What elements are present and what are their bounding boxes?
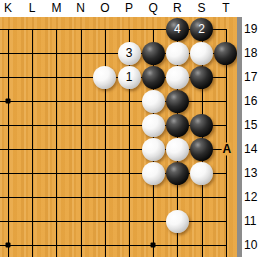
stone-white-r17[interactable] [166,66,189,89]
go-board[interactable]: 4231A [0,17,237,257]
stone-black-s19[interactable]: 2 [190,18,213,41]
column-label-p: P [125,1,133,15]
stone-white-p17[interactable]: 1 [118,66,141,89]
stone-black-r16[interactable] [166,90,189,113]
star-point-k16 [6,99,11,104]
stone-white-s18[interactable] [190,42,213,65]
column-label-m: M [51,1,61,15]
point-mark-a-t14: A [221,143,232,156]
stone-white-q15[interactable] [142,114,165,137]
column-label-n: N [76,1,85,15]
row-label-17: 17 [244,70,257,84]
stone-black-r13[interactable] [166,162,189,185]
stone-black-s15[interactable] [190,114,213,137]
row-label-10: 10 [244,238,257,252]
star-point-k10 [6,243,11,248]
stone-white-s13[interactable] [190,162,213,185]
stone-black-r15[interactable] [166,114,189,137]
row-label-16: 16 [244,94,257,108]
stone-white-q16[interactable] [142,90,165,113]
stone-black-t18[interactable] [214,42,237,65]
column-label-t: T [222,1,229,15]
go-board-app: KLMNOPQRST 4231A 19181716151413121110 [0,0,260,257]
column-label-q: Q [149,1,158,15]
column-label-s: S [198,1,206,15]
stone-black-s17[interactable] [190,66,213,89]
star-point-q10 [151,243,156,248]
stone-black-q18[interactable] [142,42,165,65]
column-coordinates-strip: KLMNOPQRST [0,0,260,17]
column-label-r: R [173,1,182,15]
stone-white-o17[interactable] [93,66,116,89]
column-label-o: O [100,1,109,15]
stone-black-r19[interactable]: 4 [166,18,189,41]
stone-black-s14[interactable] [190,138,213,161]
column-label-l: L [29,1,36,15]
row-label-18: 18 [244,46,257,60]
stone-white-r14[interactable] [166,138,189,161]
row-label-12: 12 [244,190,257,204]
row-label-11: 11 [244,214,256,228]
stone-black-q17[interactable] [142,66,165,89]
stone-white-r11[interactable] [166,210,189,233]
stone-white-q13[interactable] [142,162,165,185]
column-label-k: K [4,1,12,15]
row-label-14: 14 [244,142,257,156]
row-label-19: 19 [244,22,257,36]
stone-white-r18[interactable] [166,42,189,65]
stone-white-p18[interactable]: 3 [118,42,141,65]
stone-white-q14[interactable] [142,138,165,161]
row-label-13: 13 [244,166,257,180]
row-label-15: 15 [244,118,257,132]
